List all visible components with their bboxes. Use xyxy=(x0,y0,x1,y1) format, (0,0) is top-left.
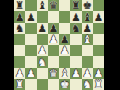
square-e6[interactable] xyxy=(59,23,70,34)
square-b2[interactable]: ♟ xyxy=(25,68,36,79)
square-b5[interactable] xyxy=(25,34,36,45)
black-king-g8[interactable]: ♚ xyxy=(82,0,91,10)
chess-app-viewport: ♜♝♛♜♚♟♟♟♝♟♞♟♟♞♟♟♟♝♟♟♞♟♟♛♝♟♟♟♜♚♞♜ xyxy=(0,0,120,90)
white-bishop-g5[interactable]: ♝ xyxy=(82,34,91,44)
white-pawn-g2[interactable]: ♟ xyxy=(82,68,91,78)
white-pawn-e4[interactable]: ♟ xyxy=(60,45,69,55)
white-bishop-e2[interactable]: ♝ xyxy=(60,68,69,78)
square-d2[interactable]: ♛ xyxy=(48,68,59,79)
white-pawn-a2[interactable]: ♟ xyxy=(15,68,24,78)
white-knight-c3[interactable]: ♞ xyxy=(37,56,46,66)
letterbox-left xyxy=(0,0,14,90)
square-g2[interactable]: ♟ xyxy=(82,68,93,79)
square-f3[interactable] xyxy=(70,56,81,67)
square-f6[interactable]: ♞ xyxy=(70,23,81,34)
black-pawn-a7[interactable]: ♟ xyxy=(15,11,24,21)
black-pawn-b7[interactable]: ♟ xyxy=(26,11,35,21)
square-c7[interactable] xyxy=(37,11,48,22)
square-f2[interactable]: ♟ xyxy=(70,68,81,79)
square-b7[interactable]: ♟ xyxy=(25,11,36,22)
square-f8[interactable]: ♜ xyxy=(70,0,81,11)
square-f1[interactable] xyxy=(70,79,81,90)
black-rook-a8[interactable]: ♜ xyxy=(15,0,24,10)
square-h5[interactable] xyxy=(93,34,104,45)
square-h3[interactable] xyxy=(93,56,104,67)
square-e7[interactable] xyxy=(59,11,70,22)
square-d1[interactable] xyxy=(48,79,59,90)
square-g3[interactable] xyxy=(82,56,93,67)
square-b4[interactable] xyxy=(25,45,36,56)
white-rook-h1[interactable]: ♜ xyxy=(94,79,103,89)
square-d6[interactable]: ♟ xyxy=(48,23,59,34)
square-h2[interactable]: ♟ xyxy=(93,68,104,79)
square-f7[interactable]: ♟ xyxy=(70,11,81,22)
square-a3[interactable] xyxy=(14,56,25,67)
square-h6[interactable] xyxy=(93,23,104,34)
square-h4[interactable] xyxy=(93,45,104,56)
square-c1[interactable] xyxy=(37,79,48,90)
square-h8[interactable] xyxy=(93,0,104,11)
square-a8[interactable]: ♜ xyxy=(14,0,25,11)
square-c5[interactable] xyxy=(37,34,48,45)
square-h7[interactable]: ♟ xyxy=(93,11,104,22)
white-pawn-c4[interactable]: ♟ xyxy=(37,45,46,55)
square-a5[interactable] xyxy=(14,34,25,45)
black-bishop-g7[interactable]: ♝ xyxy=(82,11,91,21)
white-queen-d2[interactable]: ♛ xyxy=(49,68,58,78)
chess-board[interactable]: ♜♝♛♜♚♟♟♟♝♟♞♟♟♞♟♟♟♝♟♟♞♟♟♛♝♟♟♟♜♚♞♜ xyxy=(14,0,104,90)
square-c4[interactable]: ♟ xyxy=(37,45,48,56)
square-a2[interactable]: ♟ xyxy=(14,68,25,79)
black-pawn-g6[interactable]: ♟ xyxy=(82,23,91,33)
white-knight-g1[interactable]: ♞ xyxy=(82,79,91,89)
square-f5[interactable] xyxy=(70,34,81,45)
black-pawn-h7[interactable]: ♟ xyxy=(94,11,103,21)
square-a7[interactable]: ♟ xyxy=(14,11,25,22)
square-e3[interactable] xyxy=(59,56,70,67)
square-c8[interactable]: ♝ xyxy=(37,0,48,11)
square-b6[interactable] xyxy=(25,23,36,34)
square-b8[interactable] xyxy=(25,0,36,11)
square-g7[interactable]: ♝ xyxy=(82,11,93,22)
square-f4[interactable] xyxy=(70,45,81,56)
square-g6[interactable]: ♟ xyxy=(82,23,93,34)
black-pawn-c6[interactable]: ♟ xyxy=(37,23,46,33)
square-d7[interactable] xyxy=(48,11,59,22)
square-a4[interactable] xyxy=(14,45,25,56)
square-d3[interactable] xyxy=(48,56,59,67)
white-pawn-h2[interactable]: ♟ xyxy=(94,68,103,78)
square-e5[interactable]: ♟ xyxy=(59,34,70,45)
white-pawn-f2[interactable]: ♟ xyxy=(71,68,80,78)
black-pawn-f7[interactable]: ♟ xyxy=(71,11,80,21)
white-pawn-b2[interactable]: ♟ xyxy=(26,68,35,78)
black-knight-a6[interactable]: ♞ xyxy=(15,23,24,33)
white-rook-a1[interactable]: ♜ xyxy=(15,79,24,89)
square-a6[interactable]: ♞ xyxy=(14,23,25,34)
black-pawn-d6[interactable]: ♟ xyxy=(49,23,58,33)
black-bishop-c8[interactable]: ♝ xyxy=(37,0,46,10)
square-g1[interactable]: ♞ xyxy=(82,79,93,90)
square-e1[interactable]: ♚ xyxy=(59,79,70,90)
square-g4[interactable] xyxy=(82,45,93,56)
square-e4[interactable]: ♟ xyxy=(59,45,70,56)
black-queen-d8[interactable]: ♛ xyxy=(49,0,58,10)
black-rook-f8[interactable]: ♜ xyxy=(71,0,80,10)
square-d4[interactable] xyxy=(48,45,59,56)
square-b1[interactable] xyxy=(25,79,36,90)
black-pawn-e5[interactable]: ♟ xyxy=(60,34,69,44)
black-knight-f6[interactable]: ♞ xyxy=(71,23,80,33)
square-e8[interactable] xyxy=(59,0,70,11)
square-g8[interactable]: ♚ xyxy=(82,0,93,11)
square-a1[interactable]: ♜ xyxy=(14,79,25,90)
white-king-e1[interactable]: ♚ xyxy=(60,79,69,89)
square-d5[interactable]: ♟ xyxy=(48,34,59,45)
square-b3[interactable] xyxy=(25,56,36,67)
square-e2[interactable]: ♝ xyxy=(59,68,70,79)
square-c6[interactable]: ♟ xyxy=(37,23,48,34)
square-c2[interactable] xyxy=(37,68,48,79)
square-g5[interactable]: ♝ xyxy=(82,34,93,45)
square-h1[interactable]: ♜ xyxy=(93,79,104,90)
square-d8[interactable]: ♛ xyxy=(48,0,59,11)
white-pawn-d5[interactable]: ♟ xyxy=(49,34,58,44)
letterbox-right xyxy=(104,0,120,90)
square-c3[interactable]: ♞ xyxy=(37,56,48,67)
